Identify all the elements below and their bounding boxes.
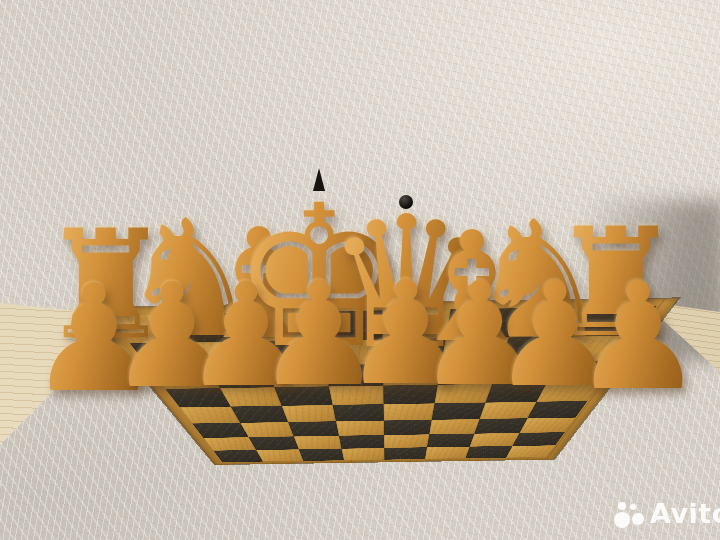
avito-logo-circle: [630, 504, 636, 510]
pieces-layer: ♜♞♝♚♛♝♞♜♟♟♟♟♟♟♟♟: [0, 0, 720, 540]
avito-watermark-text: Avito: [650, 499, 720, 529]
king-finial: [313, 168, 325, 191]
avito-logo-icon: [612, 499, 646, 531]
avito-logo-circle: [632, 513, 644, 525]
white-pawn-a2: ♟: [572, 263, 705, 411]
avito-logo-circle: [614, 512, 630, 528]
photo-frame: ♜♞♝♚♛♝♞♜♟♟♟♟♟♟♟♟ Avito: [0, 0, 720, 540]
avito-logo-circle: [618, 502, 626, 510]
avito-watermark: Avito: [612, 499, 720, 531]
